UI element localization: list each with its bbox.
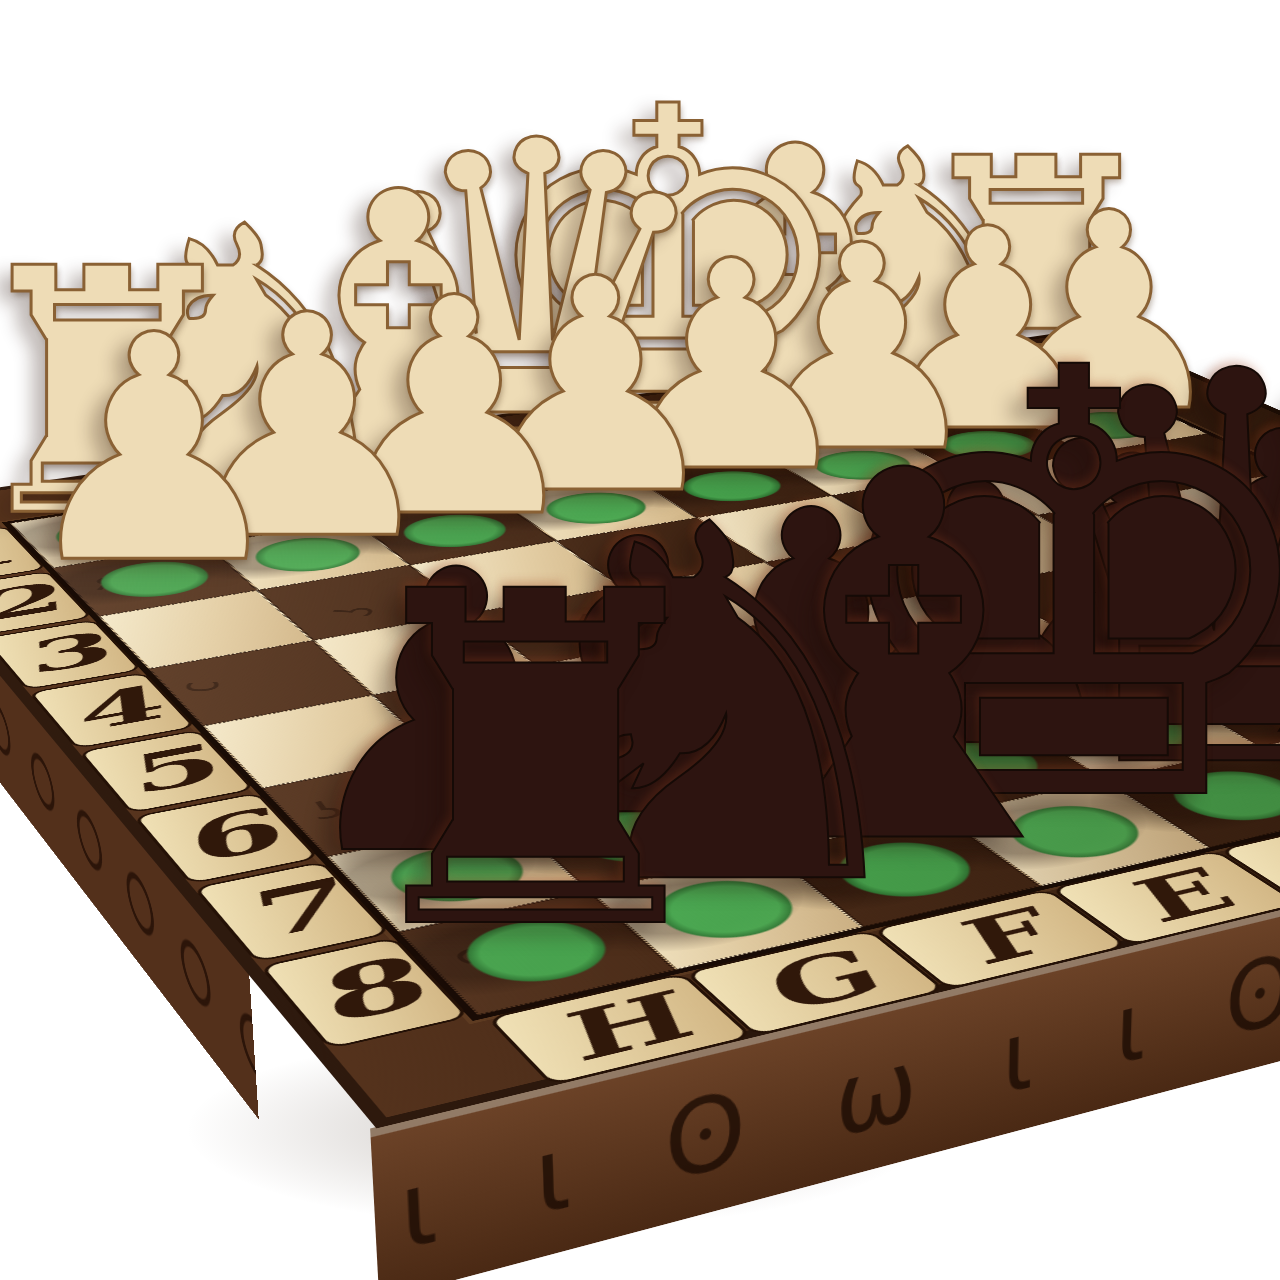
piece-black-rook-h8[interactable]: ♜ (330, 574, 742, 950)
piece-white-pawn-h2[interactable]: ♟ (14, 323, 294, 579)
chess-set-photo: ɔʕɔʕʕɔʕɔʕɔʕɔɔʕɔʕɔʕɔʕʕɔʕɔʕɔʕɔɔʕɔʕ 1234567… (0, 0, 1280, 1280)
pieces-layer: ♜♞♝♛♚♝♞♜♟♟♟♟♟♟♟♟♟♟♟♟♟♟♟♟♜♞♝♚♛♝♞♜ (0, 0, 1280, 1280)
